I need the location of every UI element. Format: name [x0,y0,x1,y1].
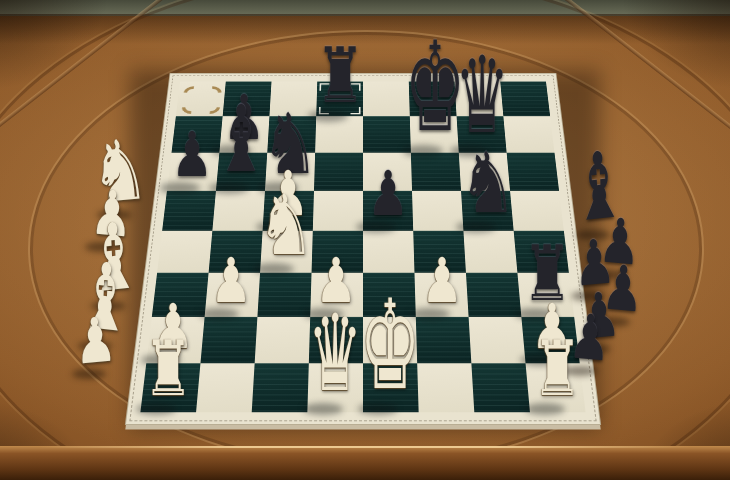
black-knight-g5[interactable]: ♞ [435,141,541,225]
table-front-edge [0,446,730,480]
chess-3d-scene: ♜♟♚♛♟♝♞♟♞♟♞♜♟♟♟♟♟♜♛♚♜♞♟♝♝♟♝♟♟♟♟♟ [0,0,730,480]
white-rook-h1[interactable]: ♜ [507,331,608,407]
black-pawn-e5[interactable]: ♟ [336,163,441,225]
white-rook-a1[interactable]: ♜ [117,331,218,407]
white-king-e1[interactable]: ♚ [352,283,429,407]
